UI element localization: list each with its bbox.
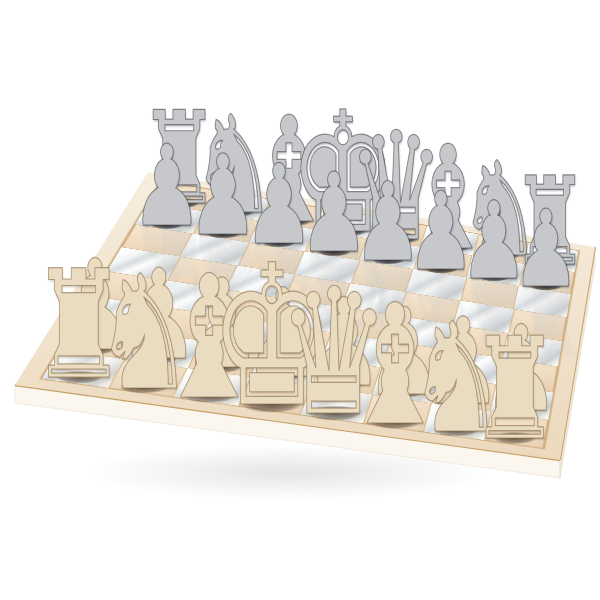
board-frame	[15, 172, 595, 460]
chess-board	[15, 172, 595, 460]
board-grid	[42, 181, 579, 448]
chess-set-photo: Product photo of a designer chess set on…	[0, 0, 600, 600]
